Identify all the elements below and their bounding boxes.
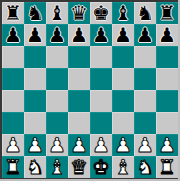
square-c7[interactable]: ♟ — [46, 24, 68, 46]
square-h5[interactable] — [156, 68, 178, 90]
square-d8[interactable]: ♛ — [68, 2, 90, 24]
square-f8[interactable]: ♝ — [112, 2, 134, 24]
black-bishop[interactable]: ♝ — [114, 2, 132, 24]
square-b3[interactable] — [24, 112, 46, 134]
square-b1[interactable]: ♞ — [24, 156, 46, 178]
black-queen[interactable]: ♛ — [70, 2, 88, 24]
black-pawn[interactable]: ♟ — [48, 24, 66, 46]
square-h2[interactable]: ♟ — [156, 134, 178, 156]
black-rook[interactable]: ♜ — [158, 2, 176, 24]
square-d3[interactable] — [68, 112, 90, 134]
square-e1[interactable]: ♚ — [90, 156, 112, 178]
square-f6[interactable] — [112, 46, 134, 68]
square-g5[interactable] — [134, 68, 156, 90]
square-f3[interactable] — [112, 112, 134, 134]
board-border: ♜♞♝♛♚♝♞♜♟♟♟♟♟♟♟♟♟♟♟♟♟♟♟♟♜♞♝♛♚♝♞♜ — [0, 0, 178, 179]
white-pawn[interactable]: ♟ — [158, 134, 176, 156]
white-pawn[interactable]: ♟ — [136, 134, 154, 156]
square-e5[interactable] — [90, 68, 112, 90]
square-c3[interactable] — [46, 112, 68, 134]
white-pawn[interactable]: ♟ — [114, 134, 132, 156]
square-d7[interactable]: ♟ — [68, 24, 90, 46]
white-pawn[interactable]: ♟ — [48, 134, 66, 156]
square-b2[interactable]: ♟ — [24, 134, 46, 156]
black-pawn[interactable]: ♟ — [26, 24, 44, 46]
square-f1[interactable]: ♝ — [112, 156, 134, 178]
square-f2[interactable]: ♟ — [112, 134, 134, 156]
square-h8[interactable]: ♜ — [156, 2, 178, 24]
white-knight[interactable]: ♞ — [26, 156, 44, 178]
black-bishop[interactable]: ♝ — [48, 2, 66, 24]
white-knight[interactable]: ♞ — [136, 156, 154, 178]
square-f4[interactable] — [112, 90, 134, 112]
chess-board[interactable]: ♜♞♝♛♚♝♞♜♟♟♟♟♟♟♟♟♟♟♟♟♟♟♟♟♜♞♝♛♚♝♞♜ — [2, 2, 178, 178]
square-a7[interactable]: ♟ — [2, 24, 24, 46]
square-b8[interactable]: ♞ — [24, 2, 46, 24]
square-a6[interactable] — [2, 46, 24, 68]
square-a2[interactable]: ♟ — [2, 134, 24, 156]
square-e6[interactable] — [90, 46, 112, 68]
black-pawn[interactable]: ♟ — [136, 24, 154, 46]
black-pawn[interactable]: ♟ — [4, 24, 22, 46]
square-e7[interactable]: ♟ — [90, 24, 112, 46]
square-h6[interactable] — [156, 46, 178, 68]
white-pawn[interactable]: ♟ — [70, 134, 88, 156]
square-g3[interactable] — [134, 112, 156, 134]
square-d6[interactable] — [68, 46, 90, 68]
square-f7[interactable]: ♟ — [112, 24, 134, 46]
square-a1[interactable]: ♜ — [2, 156, 24, 178]
white-rook[interactable]: ♜ — [4, 156, 22, 178]
square-c4[interactable] — [46, 90, 68, 112]
square-h7[interactable]: ♟ — [156, 24, 178, 46]
square-b7[interactable]: ♟ — [24, 24, 46, 46]
square-g4[interactable] — [134, 90, 156, 112]
square-d4[interactable] — [68, 90, 90, 112]
square-d5[interactable] — [68, 68, 90, 90]
square-g1[interactable]: ♞ — [134, 156, 156, 178]
white-bishop[interactable]: ♝ — [48, 156, 66, 178]
black-knight[interactable]: ♞ — [136, 2, 154, 24]
square-h4[interactable] — [156, 90, 178, 112]
white-king[interactable]: ♚ — [92, 156, 110, 178]
square-c6[interactable] — [46, 46, 68, 68]
square-h3[interactable] — [156, 112, 178, 134]
square-e3[interactable] — [90, 112, 112, 134]
square-d2[interactable]: ♟ — [68, 134, 90, 156]
square-c2[interactable]: ♟ — [46, 134, 68, 156]
square-g2[interactable]: ♟ — [134, 134, 156, 156]
chess-window: ♜♞♝♛♚♝♞♜♟♟♟♟♟♟♟♟♟♟♟♟♟♟♟♟♜♞♝♛♚♝♞♜ — [0, 0, 180, 181]
square-e8[interactable]: ♚ — [90, 2, 112, 24]
square-g7[interactable]: ♟ — [134, 24, 156, 46]
square-f5[interactable] — [112, 68, 134, 90]
white-pawn[interactable]: ♟ — [4, 134, 22, 156]
square-e4[interactable] — [90, 90, 112, 112]
white-bishop[interactable]: ♝ — [114, 156, 132, 178]
black-knight[interactable]: ♞ — [26, 2, 44, 24]
square-b6[interactable] — [24, 46, 46, 68]
square-a3[interactable] — [2, 112, 24, 134]
white-pawn[interactable]: ♟ — [92, 134, 110, 156]
square-c5[interactable] — [46, 68, 68, 90]
square-c8[interactable]: ♝ — [46, 2, 68, 24]
square-c1[interactable]: ♝ — [46, 156, 68, 178]
black-pawn[interactable]: ♟ — [92, 24, 110, 46]
square-a8[interactable]: ♜ — [2, 2, 24, 24]
square-h1[interactable]: ♜ — [156, 156, 178, 178]
white-rook[interactable]: ♜ — [158, 156, 176, 178]
black-rook[interactable]: ♜ — [4, 2, 22, 24]
black-king[interactable]: ♚ — [92, 2, 110, 24]
white-queen[interactable]: ♛ — [70, 156, 88, 178]
square-d1[interactable]: ♛ — [68, 156, 90, 178]
square-g6[interactable] — [134, 46, 156, 68]
square-a4[interactable] — [2, 90, 24, 112]
square-e2[interactable]: ♟ — [90, 134, 112, 156]
white-pawn[interactable]: ♟ — [26, 134, 44, 156]
black-pawn[interactable]: ♟ — [114, 24, 132, 46]
square-a5[interactable] — [2, 68, 24, 90]
square-b4[interactable] — [24, 90, 46, 112]
black-pawn[interactable]: ♟ — [158, 24, 176, 46]
square-g8[interactable]: ♞ — [134, 2, 156, 24]
black-pawn[interactable]: ♟ — [70, 24, 88, 46]
square-b5[interactable] — [24, 68, 46, 90]
